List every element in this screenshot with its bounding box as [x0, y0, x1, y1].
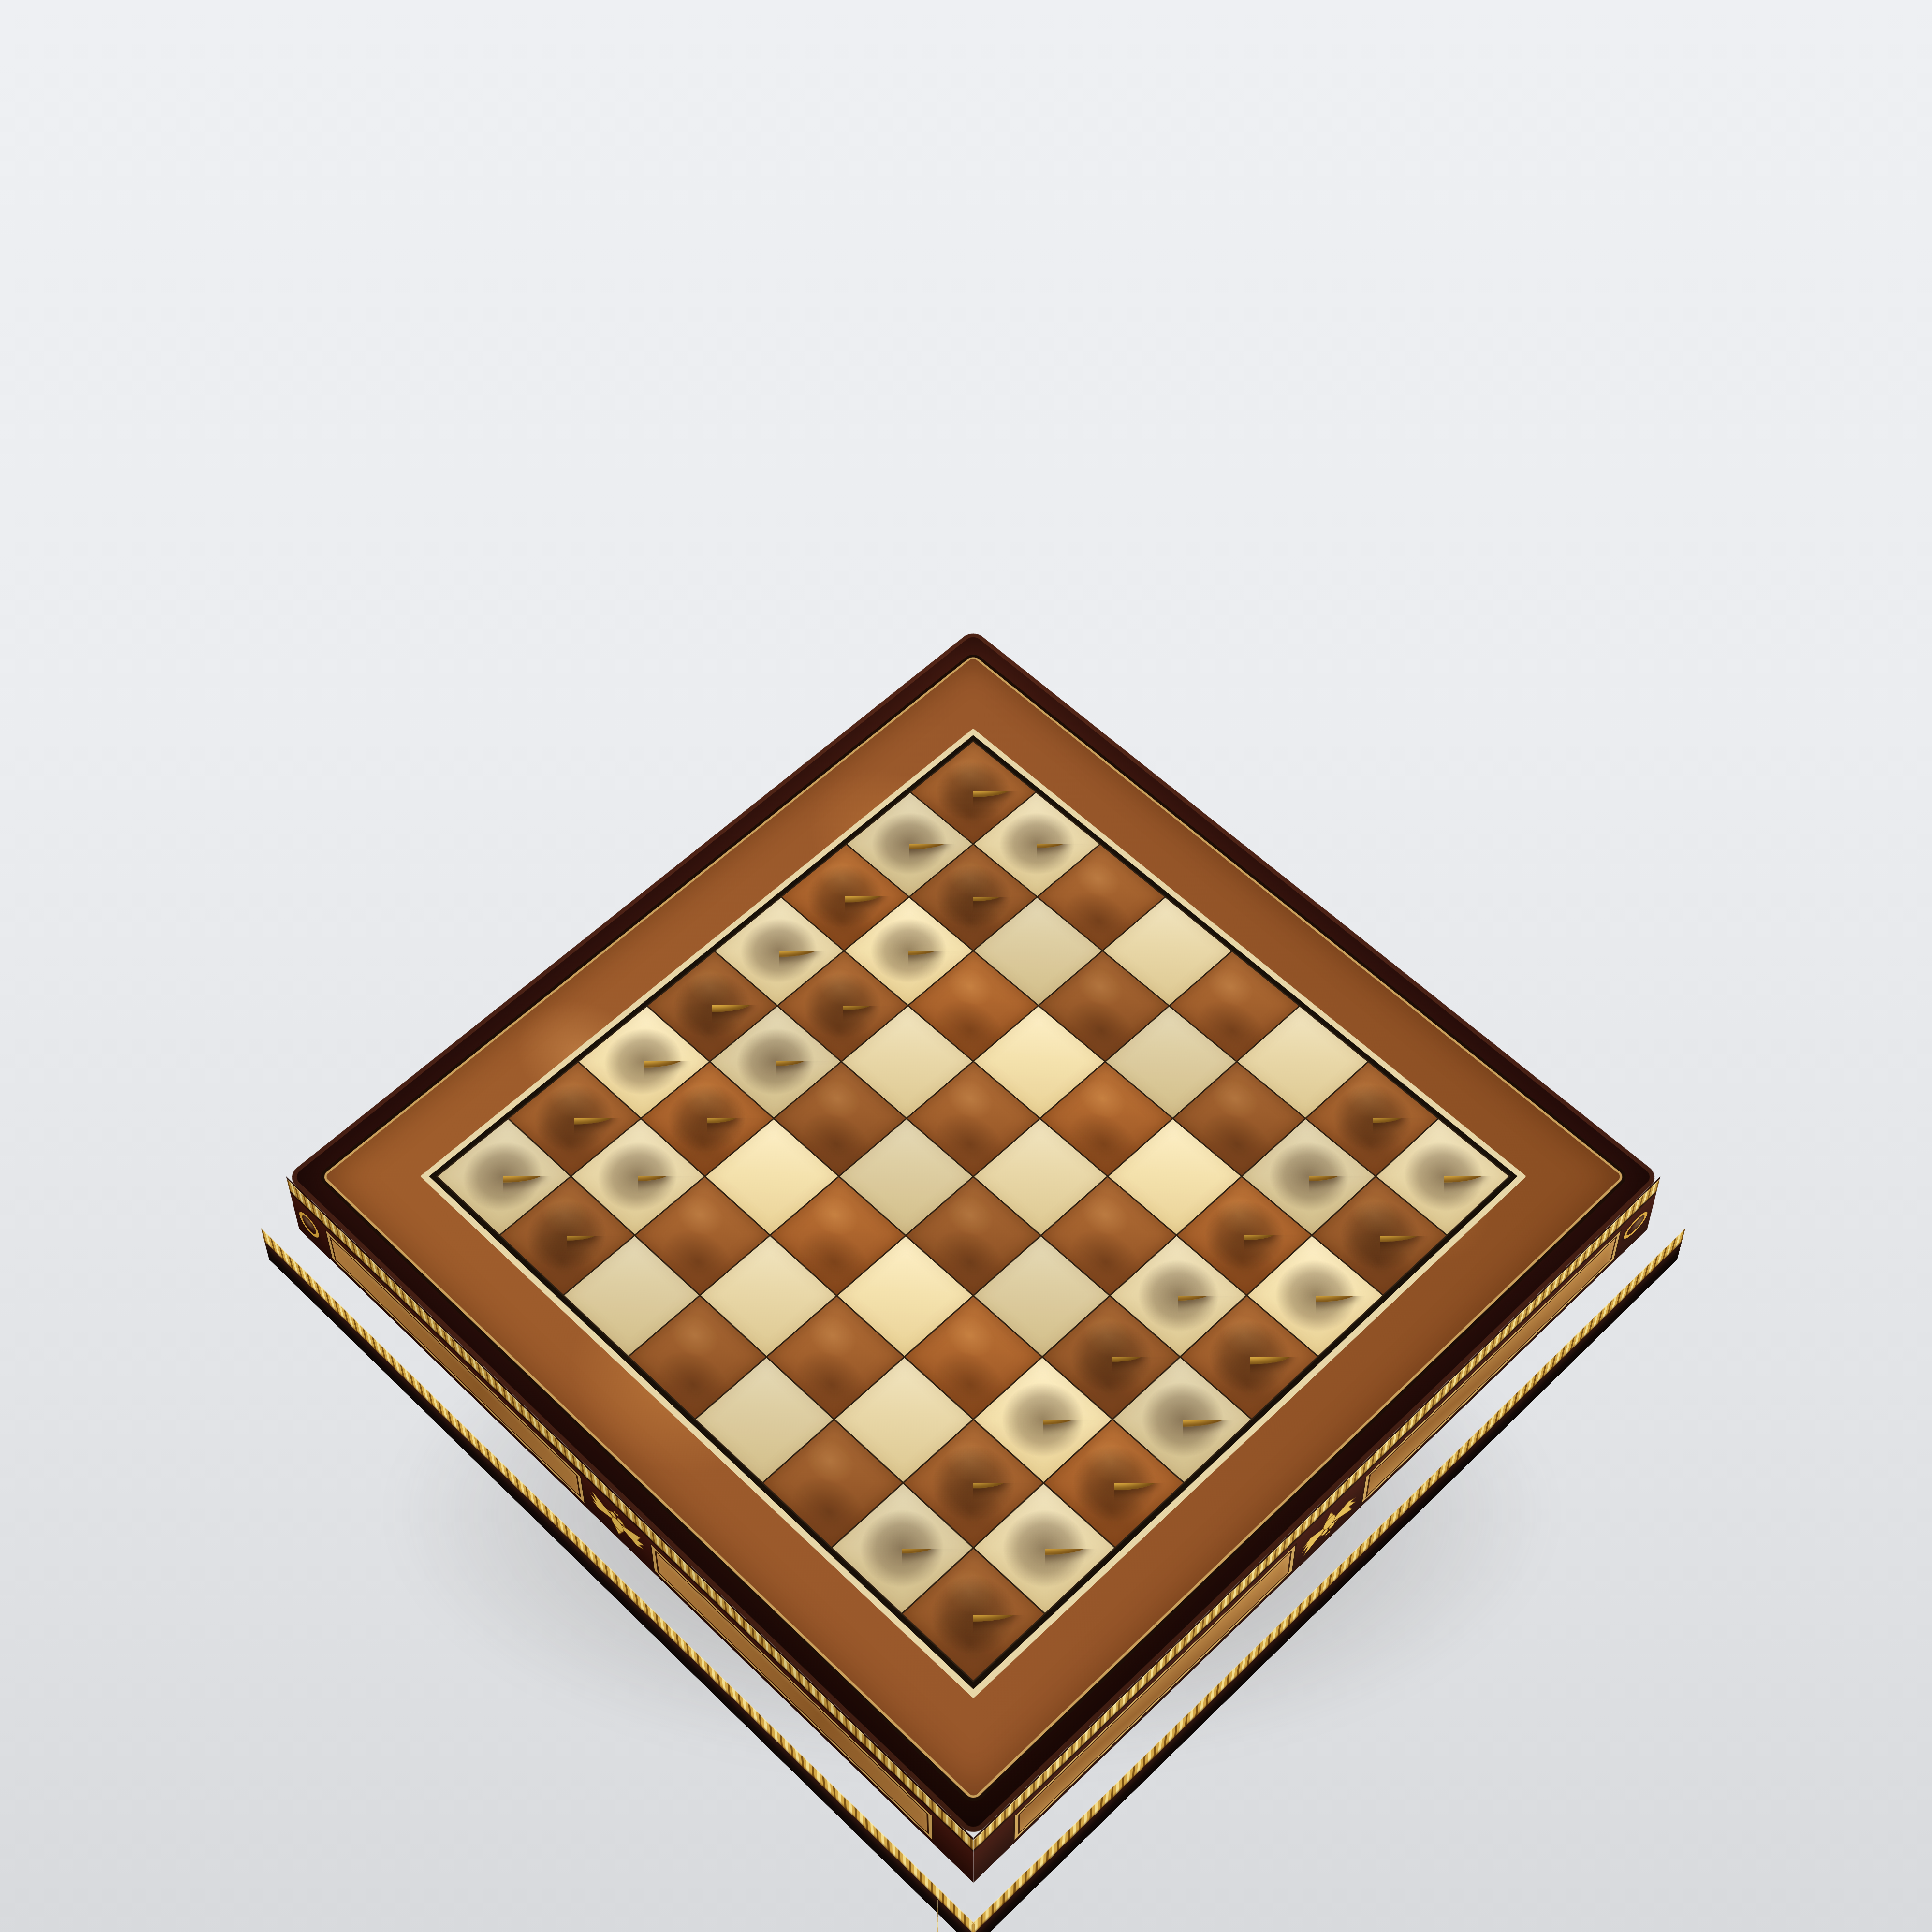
- corner-base-step: [937, 1835, 938, 1932]
- black-pawn-glyph: ♟: [479, 1084, 654, 1232]
- scene: ♜♞♟♝♟♛♟♚♟♝♟♞♟♟♜♟♟♜♟♟♞♟♝♟♚♟♛♟♝♟♞♜: [0, 0, 1932, 1932]
- chess-casket: ♜♞♟♝♟♛♟♚♟♝♟♞♟♟♜♟♟♜♟♟♞♟♝♟♚♟♛♟♝♟♞♜: [286, 629, 1661, 1839]
- white-rook-glyph: ♜: [880, 1408, 1067, 1612]
- photo-stage: ♜♞♟♝♟♛♟♚♟♝♟♞♟♟♜♟♟♜♟♟♞♟♝♟♚♟♛♟♝♟♞♜: [0, 0, 1932, 1932]
